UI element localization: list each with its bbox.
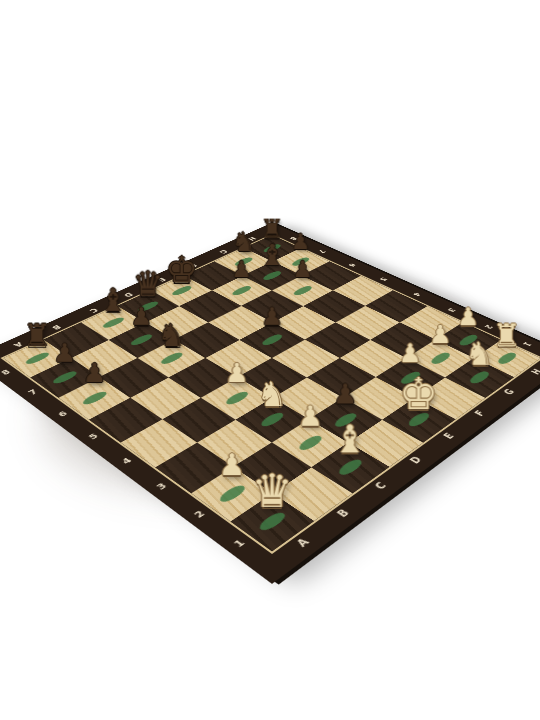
product-photo-stage: ♜♝♛♚♞♜♟♟♟♝♟♟♞♟♟♟♞♟♟♟♟♟♟♛♝♚♞♜ AA88BB77CC6… bbox=[0, 0, 540, 720]
coordinate-label-file-F-near: F bbox=[469, 407, 492, 421]
piece-black-pawn[interactable]: ♟ bbox=[282, 249, 322, 290]
piece-white-queen[interactable]: ♛ bbox=[245, 464, 300, 521]
piece-black-pawn[interactable]: ♟ bbox=[71, 349, 118, 398]
coordinate-label-rank-7-aside: 7 bbox=[22, 386, 45, 399]
piece-black-pawn[interactable]: ♟ bbox=[251, 295, 294, 340]
board-grid: ♜♝♛♚♞♜♟♟♟♝♟♟♞♟♟♟♞♟♟♟♟♟♟♛♝♚♞♜ bbox=[3, 235, 540, 551]
coordinate-label-file-G-near: G bbox=[499, 386, 521, 399]
coordinate-label-file-A-near: A bbox=[290, 534, 317, 553]
piece-white-king[interactable]: ♚ bbox=[395, 369, 443, 419]
coordinate-label-rank-3-aside: 3 bbox=[149, 478, 174, 495]
piece-white-knight[interactable]: ♞ bbox=[457, 330, 502, 377]
coordinate-label-rank-6-aside: 6 bbox=[51, 407, 74, 421]
coordinate-label-rank-5-aside: 5 bbox=[82, 429, 106, 444]
coordinate-label-rank-4-aside: 4 bbox=[114, 453, 139, 469]
piece-white-bishop[interactable]: ♝ bbox=[324, 414, 375, 467]
piece-black-knight[interactable]: ♞ bbox=[149, 312, 193, 358]
square-g1[interactable]: ♞ bbox=[445, 358, 514, 398]
coordinate-label-file-H-near: H bbox=[526, 366, 540, 378]
coordinate-label-file-B-near: B bbox=[331, 505, 357, 523]
coordinate-label-rank-2-aside: 2 bbox=[186, 505, 212, 523]
coordinate-label-file-D-near: D bbox=[404, 453, 428, 469]
coordinate-label-rank-8-aside: 8 bbox=[0, 366, 17, 378]
chess-board: ♜♝♛♚♞♜♟♟♟♝♟♟♞♟♟♟♞♟♟♟♟♟♟♛♝♚♞♜ AA88BB77CC6… bbox=[0, 223, 540, 584]
piece-black-pawn[interactable]: ♟ bbox=[222, 249, 262, 290]
coordinate-label-file-E-near: E bbox=[438, 429, 461, 444]
coordinate-label-file-C-near: C bbox=[369, 478, 394, 495]
board-frame-inner-line: ♜♝♛♚♞♜♟♟♟♝♟♟♞♟♟♟♞♟♟♟♟♟♟♛♝♚♞♜ bbox=[3, 235, 540, 551]
coordinate-label-rank-1-aside: 1 bbox=[226, 534, 253, 553]
